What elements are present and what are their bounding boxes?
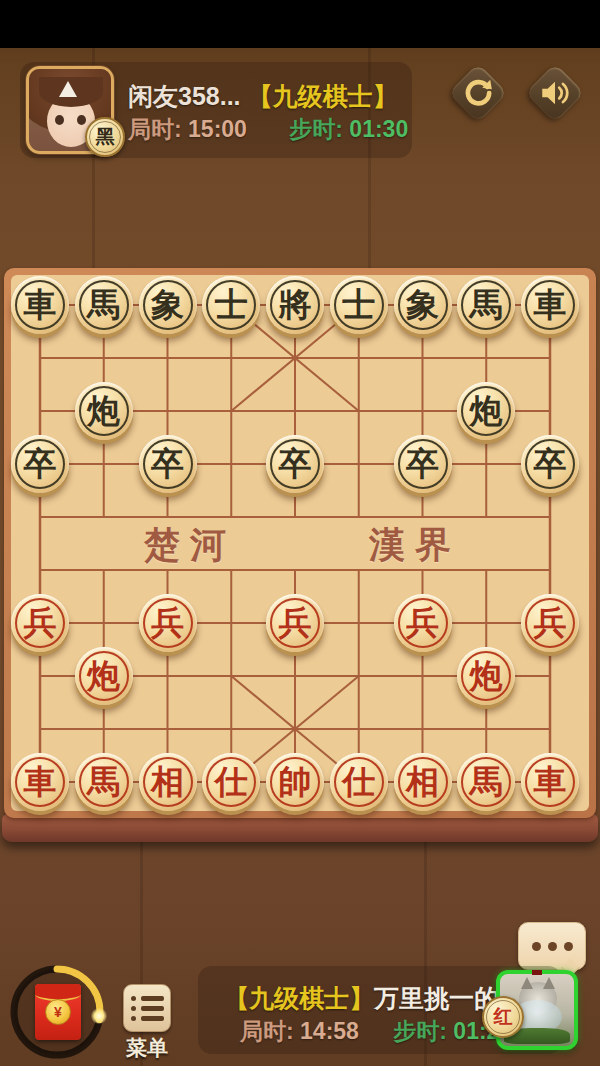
restart-button[interactable] xyxy=(448,63,507,122)
red-envelope-button[interactable]: ¥ xyxy=(9,964,105,1060)
piece-glyph: 卒 xyxy=(139,435,197,493)
piece-black-c[interactable]: 炮 xyxy=(75,382,133,440)
piece-red-p[interactable]: 兵 xyxy=(521,594,579,652)
piece-glyph: 象 xyxy=(139,276,197,334)
sparkle-icon xyxy=(91,1008,107,1024)
piece-glyph: 炮 xyxy=(75,647,133,705)
piece-glyph: 相 xyxy=(139,753,197,811)
piece-glyph: 馬 xyxy=(457,753,515,811)
chat-button[interactable] xyxy=(518,922,586,970)
game-time-value: 14:58 xyxy=(300,1018,359,1044)
piece-black-p[interactable]: 卒 xyxy=(394,435,452,493)
piece-red-n[interactable]: 馬 xyxy=(75,753,133,811)
black-side-badge-label: 黑 xyxy=(96,124,115,150)
piece-glyph: 馬 xyxy=(457,276,515,334)
piece-red-r[interactable]: 車 xyxy=(521,753,579,811)
piece-black-b[interactable]: 象 xyxy=(139,276,197,334)
pieces-layer: 車馬象士將士象馬車炮炮卒卒卒卒卒兵兵兵兵兵炮炮車馬相仕帥仕相馬車 xyxy=(4,268,596,818)
yuan-coin-icon: ¥ xyxy=(45,999,71,1025)
move-time-value: 01:30 xyxy=(349,116,408,142)
piece-glyph: 兵 xyxy=(266,594,324,652)
bottom-player-rank: 【九级棋士】 xyxy=(224,984,374,1012)
piece-glyph: 士 xyxy=(202,276,260,334)
piece-glyph: 兵 xyxy=(139,594,197,652)
move-time-label: 步时: xyxy=(393,1018,447,1044)
piece-glyph: 將 xyxy=(266,276,324,334)
piece-black-n[interactable]: 馬 xyxy=(457,276,515,334)
piece-black-p[interactable]: 卒 xyxy=(521,435,579,493)
piece-black-k[interactable]: 將 xyxy=(266,276,324,334)
piece-red-b[interactable]: 相 xyxy=(394,753,452,811)
menu-list-icon xyxy=(131,996,170,1001)
top-player-name-row: 闲友358... 【九级棋士】 xyxy=(128,80,398,113)
piece-black-a[interactable]: 士 xyxy=(202,276,260,334)
piece-glyph: 卒 xyxy=(11,435,69,493)
piece-red-p[interactable]: 兵 xyxy=(11,594,69,652)
piece-red-b[interactable]: 相 xyxy=(139,753,197,811)
piece-black-r[interactable]: 車 xyxy=(11,276,69,334)
ellipsis-icon xyxy=(519,923,585,969)
piece-glyph: 仕 xyxy=(330,753,388,811)
black-side-badge: 黑 xyxy=(85,117,125,157)
app-screen: 黑 闲友358... 【九级棋士】 局时: 15:00 步时: 01:30 楚河… xyxy=(0,0,600,1066)
top-player-timers: 局时: 15:00 步时: 01:30 xyxy=(128,114,408,145)
piece-red-c[interactable]: 炮 xyxy=(457,647,515,705)
xiangqi-board[interactable]: 楚河 漢界 車馬象士將士象馬車炮炮卒卒卒卒卒兵兵兵兵兵炮炮車馬相仕帥仕相馬車 xyxy=(4,268,596,818)
red-side-badge: 红 xyxy=(482,996,524,1038)
piece-red-a[interactable]: 仕 xyxy=(330,753,388,811)
move-time-label: 步时: xyxy=(289,116,343,142)
menu-label: 菜单 xyxy=(107,1034,187,1062)
bottom-player-avatar[interactable]: 红 xyxy=(496,970,578,1050)
piece-glyph: 卒 xyxy=(266,435,324,493)
game-time-value: 15:00 xyxy=(188,116,247,142)
game-time-label: 局时: xyxy=(240,1018,294,1044)
piece-red-p[interactable]: 兵 xyxy=(139,594,197,652)
piece-red-n[interactable]: 馬 xyxy=(457,753,515,811)
piece-red-r[interactable]: 車 xyxy=(11,753,69,811)
top-player-rank: 【九级棋士】 xyxy=(248,82,398,110)
piece-glyph: 炮 xyxy=(457,382,515,440)
wood-plank-line xyxy=(140,842,143,1066)
piece-glyph: 帥 xyxy=(266,753,324,811)
piece-glyph: 卒 xyxy=(521,435,579,493)
piece-glyph: 車 xyxy=(11,753,69,811)
piece-red-c[interactable]: 炮 xyxy=(75,647,133,705)
piece-glyph: 仕 xyxy=(202,753,260,811)
piece-glyph: 炮 xyxy=(457,647,515,705)
piece-red-k[interactable]: 帥 xyxy=(266,753,324,811)
piece-black-a[interactable]: 士 xyxy=(330,276,388,334)
status-bar xyxy=(0,0,600,48)
red-side-badge-label: 红 xyxy=(494,1004,513,1030)
bottom-player-name-row: 【九级棋士】万里挑一的... xyxy=(224,982,520,1015)
piece-glyph: 車 xyxy=(521,753,579,811)
piece-glyph: 車 xyxy=(521,276,579,334)
piece-black-r[interactable]: 車 xyxy=(521,276,579,334)
piece-glyph: 馬 xyxy=(75,276,133,334)
piece-glyph: 卒 xyxy=(394,435,452,493)
piece-glyph: 馬 xyxy=(75,753,133,811)
piece-black-c[interactable]: 炮 xyxy=(457,382,515,440)
piece-black-b[interactable]: 象 xyxy=(394,276,452,334)
speaker-icon xyxy=(538,76,572,110)
piece-glyph: 車 xyxy=(11,276,69,334)
top-player-name: 闲友358... xyxy=(128,82,241,110)
piece-glyph: 士 xyxy=(330,276,388,334)
piece-black-p[interactable]: 卒 xyxy=(139,435,197,493)
piece-black-p[interactable]: 卒 xyxy=(266,435,324,493)
piece-glyph: 兵 xyxy=(394,594,452,652)
piece-black-p[interactable]: 卒 xyxy=(11,435,69,493)
piece-glyph: 兵 xyxy=(521,594,579,652)
piece-glyph: 相 xyxy=(394,753,452,811)
bottom-player-timers: 局时: 14:58 步时: 01:28 xyxy=(240,1016,512,1047)
piece-black-n[interactable]: 馬 xyxy=(75,276,133,334)
sound-button[interactable] xyxy=(525,63,584,122)
piece-red-p[interactable]: 兵 xyxy=(266,594,324,652)
game-time-label: 局时: xyxy=(128,116,182,142)
board-front-edge xyxy=(2,814,598,842)
piece-glyph: 兵 xyxy=(11,594,69,652)
menu-button[interactable] xyxy=(123,984,171,1032)
top-player-avatar[interactable]: 黑 xyxy=(26,66,114,154)
piece-glyph: 炮 xyxy=(75,382,133,440)
refresh-icon xyxy=(461,76,495,110)
piece-red-a[interactable]: 仕 xyxy=(202,753,260,811)
piece-glyph: 象 xyxy=(394,276,452,334)
piece-red-p[interactable]: 兵 xyxy=(394,594,452,652)
red-envelope-icon: ¥ xyxy=(35,984,81,1040)
